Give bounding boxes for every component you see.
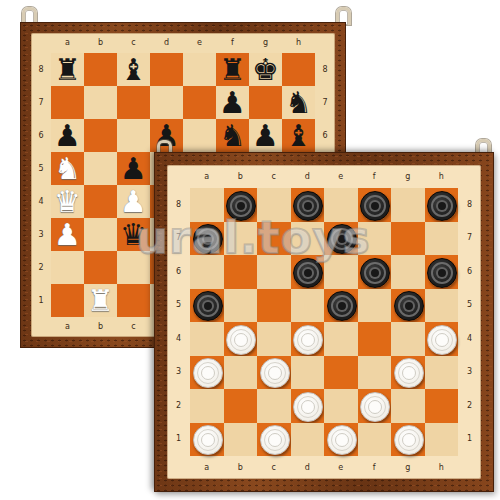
checker-white-man-g1[interactable] [394, 425, 424, 455]
chess-rank-label-left-5: 5 [31, 152, 51, 185]
checkers-square-d7[interactable] [291, 222, 325, 256]
chess-rank-label-right-6: 6 [315, 119, 335, 152]
checkers-square-e7[interactable] [324, 222, 358, 256]
chess-square-e7[interactable] [183, 86, 216, 119]
checkers-square-b8[interactable] [224, 188, 258, 222]
checkers-rank-label-right-1: 1 [458, 423, 481, 457]
checkers-rank-label-left-5: 5 [167, 289, 190, 323]
checkers-rank-label-left-2: 2 [167, 389, 190, 423]
chess-rank-label-left-6: 6 [31, 119, 51, 152]
chess-square-c4[interactable]: ♟ [117, 185, 150, 218]
checkers-square-g4[interactable] [391, 322, 425, 356]
chess-square-a2[interactable] [51, 251, 84, 284]
checkers-square-c6[interactable] [257, 255, 291, 289]
checker-ring-inner [234, 333, 248, 347]
checker-white-man-a1[interactable] [193, 425, 223, 455]
chess-square-b5[interactable] [84, 152, 117, 185]
checker-dark-man-h6[interactable] [427, 258, 457, 288]
checkers-rank-label-left-3: 3 [167, 356, 190, 390]
checkers-rank-label-right-8: 8 [458, 188, 481, 222]
checkers-square-g5[interactable] [391, 289, 425, 323]
chess-square-b2[interactable] [84, 251, 117, 284]
checker-white-man-g3[interactable] [394, 358, 424, 388]
checkers-rank-label-left-6: 6 [167, 255, 190, 289]
checkers-file-label-top-d: d [291, 165, 325, 188]
chess-file-label-top-b: b [84, 33, 117, 53]
checkers-file-label-bottom-a: a [190, 456, 224, 479]
chess-piece-black-pawn-c5[interactable]: ♟ [117, 152, 150, 185]
chess-square-a5[interactable]: ♞ [51, 152, 84, 185]
chess-corner [31, 33, 51, 53]
checkers-square-d3[interactable] [291, 356, 325, 390]
chess-square-c3[interactable]: ♛ [117, 218, 150, 251]
checker-dark-man-e5[interactable] [327, 291, 357, 321]
chess-file-label-top-c: c [117, 33, 150, 53]
checker-ring-inner [336, 300, 348, 312]
checkers-square-c3[interactable] [257, 356, 291, 390]
chess-square-b4[interactable] [84, 185, 117, 218]
checkers-square-a1[interactable] [190, 423, 224, 457]
checker-ring-inner [369, 200, 381, 212]
checkers-square-d8[interactable] [291, 188, 325, 222]
chess-square-a4[interactable]: ♛ [51, 185, 84, 218]
checker-ring-inner [436, 267, 448, 279]
chess-file-label-top-a: a [51, 33, 84, 53]
chess-square-b8[interactable] [84, 53, 117, 86]
checker-ring-inner [402, 366, 416, 380]
chess-piece-black-queen-c3[interactable]: ♛ [117, 218, 150, 251]
checkers-square-d5[interactable] [291, 289, 325, 323]
checkers-file-label-bottom-c: c [257, 456, 291, 479]
chess-rank-label-left-7: 7 [31, 86, 51, 119]
checker-dark-man-a5[interactable] [193, 291, 223, 321]
chess-piece-black-knight-f6[interactable]: ♞ [216, 119, 249, 152]
checkers-square-e2[interactable] [324, 389, 358, 423]
checkers-square-b4[interactable] [224, 322, 258, 356]
checkers-square-d6[interactable] [291, 255, 325, 289]
checker-ring-inner [202, 233, 214, 245]
checkers-square-e8[interactable] [324, 188, 358, 222]
chess-square-e8[interactable] [183, 53, 216, 86]
checkers-file-label-bottom-e: e [324, 456, 358, 479]
checkers-square-d4[interactable] [291, 322, 325, 356]
checker-dark-man-g5[interactable] [394, 291, 424, 321]
checker-dark-man-a7[interactable] [193, 224, 223, 254]
checkers-file-label-bottom-b: b [224, 456, 258, 479]
checkers-file-label-bottom-g: g [391, 456, 425, 479]
checker-ring-inner [301, 333, 315, 347]
checkers-board: abcdefgh8877665544332211abcdefgh [154, 152, 494, 492]
chess-square-a6[interactable]: ♟ [51, 119, 84, 152]
checkers-corner [458, 456, 481, 479]
chess-square-f7[interactable]: ♟ [216, 86, 249, 119]
checkers-square-f3[interactable] [358, 356, 392, 390]
chess-piece-white-knight-a5[interactable]: ♞ [51, 152, 84, 185]
checkers-file-label-top-g: g [391, 165, 425, 188]
checker-ring-inner [403, 300, 415, 312]
checkers-square-h1[interactable] [425, 423, 459, 457]
checkers-square-d1[interactable] [291, 423, 325, 457]
checker-white-man-e1[interactable] [327, 425, 357, 455]
checkers-square-g7[interactable] [391, 222, 425, 256]
chess-square-c7[interactable] [117, 86, 150, 119]
checker-ring-inner [435, 333, 449, 347]
chess-piece-black-bishop-h6[interactable]: ♝ [282, 119, 315, 152]
chess-square-d7[interactable] [150, 86, 183, 119]
checkers-square-c4[interactable] [257, 322, 291, 356]
checkers-square-c1[interactable] [257, 423, 291, 457]
checkers-square-e3[interactable] [324, 356, 358, 390]
chess-piece-white-queen-a4[interactable]: ♛ [51, 185, 84, 218]
checkers-square-c2[interactable] [257, 389, 291, 423]
checker-white-man-f2[interactable] [360, 392, 390, 422]
chess-rank-label-right-8: 8 [315, 53, 335, 86]
checkers-square-g6[interactable] [391, 255, 425, 289]
checker-ring-inner [201, 366, 215, 380]
chess-piece-black-pawn-f7[interactable]: ♟ [216, 86, 249, 119]
checker-ring-inner [301, 400, 315, 414]
chess-piece-black-rook-a8[interactable]: ♜ [51, 53, 84, 86]
checkers-square-g2[interactable] [391, 389, 425, 423]
checkers-rank-label-left-8: 8 [167, 188, 190, 222]
checkers-square-f1[interactable] [358, 423, 392, 457]
chess-piece-black-pawn-g6[interactable]: ♟ [249, 119, 282, 152]
chess-square-h8[interactable] [282, 53, 315, 86]
chess-piece-black-knight-h7[interactable]: ♞ [282, 86, 315, 119]
checkers-corner [458, 165, 481, 188]
checker-dark-man-f6[interactable] [360, 258, 390, 288]
checkers-square-b3[interactable] [224, 356, 258, 390]
chess-corner [31, 317, 51, 337]
chess-square-c5[interactable]: ♟ [117, 152, 150, 185]
checker-white-man-b4[interactable] [226, 325, 256, 355]
chess-rank-label-right-7: 7 [315, 86, 335, 119]
checkers-square-f5[interactable] [358, 289, 392, 323]
checkers-square-b5[interactable] [224, 289, 258, 323]
chess-square-a7[interactable] [51, 86, 84, 119]
checkers-square-f2[interactable] [358, 389, 392, 423]
checkers-file-label-top-f: f [358, 165, 392, 188]
checkers-square-g3[interactable] [391, 356, 425, 390]
checkers-file-label-bottom-h: h [425, 456, 459, 479]
checker-ring-inner [402, 433, 416, 447]
checkers-corner [167, 165, 190, 188]
checkers-square-g8[interactable] [391, 188, 425, 222]
chess-square-e6[interactable] [183, 119, 216, 152]
chess-square-b3[interactable] [84, 218, 117, 251]
chess-square-a8[interactable]: ♜ [51, 53, 84, 86]
checkers-square-a5[interactable] [190, 289, 224, 323]
checkers-square-a3[interactable] [190, 356, 224, 390]
checker-white-man-c3[interactable] [260, 358, 290, 388]
checkers-square-f6[interactable] [358, 255, 392, 289]
checker-white-man-h4[interactable] [427, 325, 457, 355]
chess-square-c8[interactable]: ♝ [117, 53, 150, 86]
chess-piece-white-pawn-c4[interactable]: ♟ [117, 185, 150, 218]
checker-ring-inner [368, 400, 382, 414]
checkers-square-g1[interactable] [391, 423, 425, 457]
chess-piece-black-pawn-a6[interactable]: ♟ [51, 119, 84, 152]
checker-dark-man-d8[interactable] [293, 191, 323, 221]
chess-square-f6[interactable]: ♞ [216, 119, 249, 152]
checkers-square-a8[interactable] [190, 188, 224, 222]
checker-dark-man-b8[interactable] [226, 191, 256, 221]
checkers-square-h7[interactable] [425, 222, 459, 256]
checkers-square-h2[interactable] [425, 389, 459, 423]
checkers-square-c8[interactable] [257, 188, 291, 222]
chess-square-g7[interactable] [249, 86, 282, 119]
chess-piece-black-bishop-c8[interactable]: ♝ [117, 53, 150, 86]
checkers-file-label-top-h: h [425, 165, 459, 188]
chess-square-h6[interactable]: ♝ [282, 119, 315, 152]
checkers-rank-label-right-6: 6 [458, 255, 481, 289]
checkers-square-h5[interactable] [425, 289, 459, 323]
chess-square-a1[interactable] [51, 284, 84, 317]
checkers-rank-label-right-2: 2 [458, 389, 481, 423]
checkers-square-e6[interactable] [324, 255, 358, 289]
chess-square-c6[interactable] [117, 119, 150, 152]
checkers-square-a6[interactable] [190, 255, 224, 289]
checkers-square-e5[interactable] [324, 289, 358, 323]
checkers-file-label-top-a: a [190, 165, 224, 188]
checkers-file-label-top-e: e [324, 165, 358, 188]
checkers-square-a2[interactable] [190, 389, 224, 423]
checkers-square-e1[interactable] [324, 423, 358, 457]
chess-piece-black-king-g8[interactable]: ♚ [249, 53, 282, 86]
checker-ring-inner [268, 433, 282, 447]
checkers-square-h8[interactable] [425, 188, 459, 222]
chess-file-label-top-d: d [150, 33, 183, 53]
checkers-rank-label-right-7: 7 [458, 222, 481, 256]
checkers-rank-label-right-3: 3 [458, 356, 481, 390]
checkers-rank-label-right-4: 4 [458, 322, 481, 356]
chess-piece-black-rook-f8[interactable]: ♜ [216, 53, 249, 86]
chess-rank-label-left-3: 3 [31, 218, 51, 251]
checker-ring-inner [436, 200, 448, 212]
chess-file-label-top-h: h [282, 33, 315, 53]
checker-white-man-d4[interactable] [293, 325, 323, 355]
checkers-square-b6[interactable] [224, 255, 258, 289]
checker-white-man-c1[interactable] [260, 425, 290, 455]
checkers-rank-label-left-4: 4 [167, 322, 190, 356]
checker-white-man-d2[interactable] [293, 392, 323, 422]
checkers-square-h4[interactable] [425, 322, 459, 356]
checkers-square-a7[interactable] [190, 222, 224, 256]
chess-piece-white-pawn-a3[interactable]: ♟ [51, 218, 84, 251]
chess-file-label-bottom-c: c [117, 317, 150, 337]
checkers-rank-label-right-5: 5 [458, 289, 481, 323]
checker-ring-inner [268, 366, 282, 380]
checkers-square-a4[interactable] [190, 322, 224, 356]
chess-rank-label-left-8: 8 [31, 53, 51, 86]
chess-rank-label-left-1: 1 [31, 284, 51, 317]
checkers-square-b2[interactable] [224, 389, 258, 423]
checkers-square-h3[interactable] [425, 356, 459, 390]
chess-corner [315, 33, 335, 53]
checker-ring-inner [202, 300, 214, 312]
checkers-file-label-top-c: c [257, 165, 291, 188]
chess-file-label-top-g: g [249, 33, 282, 53]
chess-square-f8[interactable]: ♜ [216, 53, 249, 86]
chess-square-b6[interactable] [84, 119, 117, 152]
chess-file-label-top-e: e [183, 33, 216, 53]
checker-ring-inner [201, 433, 215, 447]
checkers-rank-label-left-1: 1 [167, 423, 190, 457]
checkers-square-b7[interactable] [224, 222, 258, 256]
checker-ring-inner [302, 200, 314, 212]
chess-square-b1[interactable]: ♜ [84, 284, 117, 317]
chess-square-h7[interactable]: ♞ [282, 86, 315, 119]
checkers-panel: abcdefgh8877665544332211abcdefgh [167, 165, 481, 479]
checkers-square-c5[interactable] [257, 289, 291, 323]
checkers-square-b1[interactable] [224, 423, 258, 457]
checker-dark-man-d6[interactable] [293, 258, 323, 288]
checkers-file-label-top-b: b [224, 165, 258, 188]
checker-ring-inner [302, 267, 314, 279]
chess-file-label-top-f: f [216, 33, 249, 53]
checkers-corner [167, 456, 190, 479]
checkers-square-d2[interactable] [291, 389, 325, 423]
checker-ring-inner [336, 233, 348, 245]
chess-square-d8[interactable] [150, 53, 183, 86]
chess-piece-white-rook-b1[interactable]: ♜ [84, 284, 117, 317]
chess-square-a3[interactable]: ♟ [51, 218, 84, 251]
checkers-rank-label-left-7: 7 [167, 222, 190, 256]
checkers-square-e4[interactable] [324, 322, 358, 356]
checkers-square-f4[interactable] [358, 322, 392, 356]
checkers-square-f7[interactable] [358, 222, 392, 256]
checker-ring-inner [335, 433, 349, 447]
checker-dark-man-h8[interactable] [427, 191, 457, 221]
chess-file-label-bottom-b: b [84, 317, 117, 337]
chess-file-label-bottom-a: a [51, 317, 84, 337]
checker-ring-inner [369, 267, 381, 279]
checker-dark-man-e7[interactable] [327, 224, 357, 254]
chess-rank-label-left-4: 4 [31, 185, 51, 218]
chess-rank-label-left-2: 2 [31, 251, 51, 284]
checkers-square-f8[interactable] [358, 188, 392, 222]
checker-ring-inner [235, 200, 247, 212]
chess-square-g8[interactable]: ♚ [249, 53, 282, 86]
checkers-square-h6[interactable] [425, 255, 459, 289]
checkers-square-c7[interactable] [257, 222, 291, 256]
chess-square-g6[interactable]: ♟ [249, 119, 282, 152]
checkers-file-label-bottom-f: f [358, 456, 392, 479]
checker-white-man-a3[interactable] [193, 358, 223, 388]
checker-dark-man-f8[interactable] [360, 191, 390, 221]
chess-square-c2[interactable] [117, 251, 150, 284]
checkers-file-label-bottom-d: d [291, 456, 325, 479]
chess-square-c1[interactable] [117, 284, 150, 317]
chess-square-b7[interactable] [84, 86, 117, 119]
